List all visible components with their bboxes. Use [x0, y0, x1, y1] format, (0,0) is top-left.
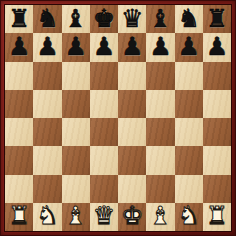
piece-black-pawn[interactable]: ♟: [206, 34, 228, 59]
square-g4[interactable]: [175, 118, 203, 146]
square-d5[interactable]: [90, 90, 118, 118]
piece-black-pawn[interactable]: ♟: [93, 34, 115, 59]
square-c5[interactable]: [62, 90, 90, 118]
square-f1[interactable]: ♝: [146, 203, 174, 231]
square-d7[interactable]: ♟: [90, 33, 118, 61]
square-f2[interactable]: [146, 175, 174, 203]
square-h5[interactable]: [203, 90, 231, 118]
square-f5[interactable]: [146, 90, 174, 118]
square-f7[interactable]: ♟: [146, 33, 174, 61]
square-e8[interactable]: ♛: [118, 5, 146, 33]
square-h8[interactable]: ♜: [203, 5, 231, 33]
square-d4[interactable]: [90, 118, 118, 146]
square-h4[interactable]: [203, 118, 231, 146]
piece-black-pawn[interactable]: ♟: [121, 34, 143, 59]
piece-black-bishop[interactable]: ♝: [149, 6, 171, 31]
square-a4[interactable]: [5, 118, 33, 146]
square-f8[interactable]: ♝: [146, 5, 174, 33]
square-b5[interactable]: [33, 90, 61, 118]
piece-black-knight[interactable]: ♞: [36, 6, 58, 31]
piece-black-rook[interactable]: ♜: [206, 6, 228, 31]
square-c7[interactable]: ♟: [62, 33, 90, 61]
square-h2[interactable]: [203, 175, 231, 203]
square-h7[interactable]: ♟: [203, 33, 231, 61]
square-b3[interactable]: [33, 146, 61, 174]
board-frame: ♜♞♝♚♛♝♞♜♟♟♟♟♟♟♟♟♜♞♝♛♚♝♞♜: [0, 0, 236, 236]
square-b4[interactable]: [33, 118, 61, 146]
piece-black-pawn[interactable]: ♟: [8, 34, 30, 59]
square-e5[interactable]: [118, 90, 146, 118]
square-d2[interactable]: [90, 175, 118, 203]
piece-white-rook[interactable]: ♜: [8, 203, 30, 228]
square-e1[interactable]: ♚: [118, 203, 146, 231]
square-c2[interactable]: [62, 175, 90, 203]
square-c8[interactable]: ♝: [62, 5, 90, 33]
piece-black-pawn[interactable]: ♟: [64, 34, 86, 59]
square-e4[interactable]: [118, 118, 146, 146]
piece-white-knight[interactable]: ♞: [177, 203, 199, 228]
square-b7[interactable]: ♟: [33, 33, 61, 61]
square-e7[interactable]: ♟: [118, 33, 146, 61]
square-g5[interactable]: [175, 90, 203, 118]
square-b8[interactable]: ♞: [33, 5, 61, 33]
piece-black-knight[interactable]: ♞: [177, 6, 199, 31]
square-a8[interactable]: ♜: [5, 5, 33, 33]
piece-black-rook[interactable]: ♜: [8, 6, 30, 31]
piece-black-pawn[interactable]: ♟: [149, 34, 171, 59]
square-g7[interactable]: ♟: [175, 33, 203, 61]
square-d3[interactable]: [90, 146, 118, 174]
square-f6[interactable]: [146, 62, 174, 90]
square-a2[interactable]: [5, 175, 33, 203]
piece-white-knight[interactable]: ♞: [36, 203, 58, 228]
square-h1[interactable]: ♜: [203, 203, 231, 231]
square-c6[interactable]: [62, 62, 90, 90]
square-a3[interactable]: [5, 146, 33, 174]
square-a5[interactable]: [5, 90, 33, 118]
square-e6[interactable]: [118, 62, 146, 90]
square-g3[interactable]: [175, 146, 203, 174]
square-f4[interactable]: [146, 118, 174, 146]
square-c4[interactable]: [62, 118, 90, 146]
square-h3[interactable]: [203, 146, 231, 174]
square-b1[interactable]: ♞: [33, 203, 61, 231]
square-f3[interactable]: [146, 146, 174, 174]
square-a6[interactable]: [5, 62, 33, 90]
piece-black-king[interactable]: ♚: [93, 6, 115, 31]
piece-black-pawn[interactable]: ♟: [36, 34, 58, 59]
square-e2[interactable]: [118, 175, 146, 203]
piece-white-king[interactable]: ♚: [121, 203, 143, 228]
square-b2[interactable]: [33, 175, 61, 203]
square-a1[interactable]: ♜: [5, 203, 33, 231]
piece-white-rook[interactable]: ♜: [206, 203, 228, 228]
square-c1[interactable]: ♝: [62, 203, 90, 231]
square-g6[interactable]: [175, 62, 203, 90]
piece-black-pawn[interactable]: ♟: [177, 34, 199, 59]
square-g1[interactable]: ♞: [175, 203, 203, 231]
square-d6[interactable]: [90, 62, 118, 90]
square-a7[interactable]: ♟: [5, 33, 33, 61]
piece-black-queen[interactable]: ♛: [121, 6, 143, 31]
piece-black-bishop[interactable]: ♝: [64, 6, 86, 31]
square-c3[interactable]: [62, 146, 90, 174]
square-h6[interactable]: [203, 62, 231, 90]
chess-board: ♜♞♝♚♛♝♞♜♟♟♟♟♟♟♟♟♜♞♝♛♚♝♞♜: [5, 5, 231, 231]
piece-white-bishop[interactable]: ♝: [64, 203, 86, 228]
square-d8[interactable]: ♚: [90, 5, 118, 33]
square-d1[interactable]: ♛: [90, 203, 118, 231]
square-g8[interactable]: ♞: [175, 5, 203, 33]
square-b6[interactable]: [33, 62, 61, 90]
piece-white-bishop[interactable]: ♝: [149, 203, 171, 228]
square-g2[interactable]: [175, 175, 203, 203]
piece-white-queen[interactable]: ♛: [93, 203, 115, 228]
square-e3[interactable]: [118, 146, 146, 174]
